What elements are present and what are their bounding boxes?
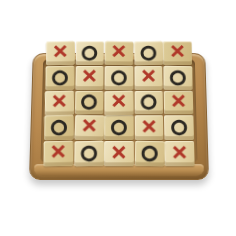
x-mark: ✕	[171, 143, 188, 162]
tile-r1c4[interactable]: ○	[134, 41, 163, 65]
o-mark: ○	[51, 117, 67, 136]
o-mark: ○	[80, 143, 97, 162]
tile-r1c1[interactable]: ✕	[46, 41, 75, 65]
tile-r5c5[interactable]: ✕	[165, 141, 195, 166]
game-tray: ✕○✕○✕○✕○✕○✕○✕○✕○✕○✕○✕○✕○✕	[29, 53, 209, 180]
tile-r3c1[interactable]: ✕	[45, 90, 74, 115]
tile-r5c4[interactable]: ○	[134, 141, 164, 167]
o-mark: ○	[111, 117, 127, 135]
x-mark: ✕	[111, 92, 128, 111]
tile-r1c5[interactable]: ✕	[163, 41, 192, 64]
o-mark: ○	[82, 43, 98, 60]
tile-r5c1[interactable]: ✕	[44, 141, 74, 167]
tile-r2c1[interactable]: ○	[46, 65, 75, 90]
x-mark: ✕	[50, 142, 67, 162]
tile-r4c3[interactable]: ○	[104, 116, 133, 141]
product-photo-area: ✕○✕○✕○✕○✕○✕○✕○✕○✕○✕○✕○✕○✕	[0, 0, 236, 236]
x-mark: ✕	[141, 117, 158, 136]
x-mark: ✕	[81, 67, 97, 85]
o-mark: ○	[111, 67, 127, 85]
x-mark: ✕	[80, 117, 97, 136]
o-mark: ○	[170, 67, 186, 85]
tile-r3c4[interactable]: ○	[134, 90, 163, 114]
tile-r4c1[interactable]: ○	[44, 115, 73, 140]
tile-r5c3[interactable]: ✕	[104, 141, 133, 166]
tile-r1c3[interactable]: ✕	[104, 41, 133, 65]
board: ✕○✕○✕○✕○✕○✕○✕○✕○✕○✕○✕○✕○✕	[43, 41, 194, 166]
x-mark: ✕	[140, 67, 156, 85]
o-mark: ○	[171, 117, 188, 135]
x-mark: ✕	[52, 42, 68, 61]
tile-r4c4[interactable]: ✕	[134, 116, 163, 141]
tile-r3c2[interactable]: ○	[75, 90, 104, 114]
tile-r2c5[interactable]: ○	[164, 65, 193, 89]
x-mark: ✕	[170, 92, 187, 111]
o-mark: ○	[52, 67, 68, 85]
o-mark: ○	[81, 92, 97, 110]
tile-r2c3[interactable]: ○	[105, 66, 134, 90]
tile-r5c2[interactable]: ○	[74, 141, 103, 166]
tile-r3c5[interactable]: ✕	[164, 90, 193, 114]
tile-r3c3[interactable]: ✕	[104, 90, 133, 115]
x-mark: ✕	[51, 92, 67, 111]
tile-r4c2[interactable]: ✕	[74, 115, 104, 140]
x-mark: ✕	[111, 43, 127, 61]
x-mark: ✕	[111, 143, 128, 162]
tile-r1c2[interactable]: ○	[75, 41, 104, 64]
o-mark: ○	[141, 143, 158, 162]
tile-r4c5[interactable]: ○	[164, 116, 194, 141]
x-mark: ✕	[169, 43, 185, 61]
tile-r2c4[interactable]: ✕	[134, 66, 163, 90]
o-mark: ○	[140, 43, 156, 60]
o-mark: ○	[141, 92, 157, 110]
tile-r2c2[interactable]: ✕	[75, 66, 104, 90]
